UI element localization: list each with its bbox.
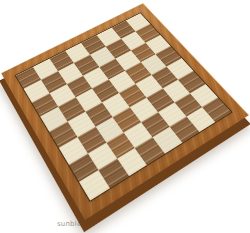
- photo-stage: sunblebits: [0, 0, 250, 233]
- chessboard-frame: [1, 3, 249, 220]
- watermark: sunblebits: [57, 220, 95, 228]
- chessboard-field: [16, 13, 232, 200]
